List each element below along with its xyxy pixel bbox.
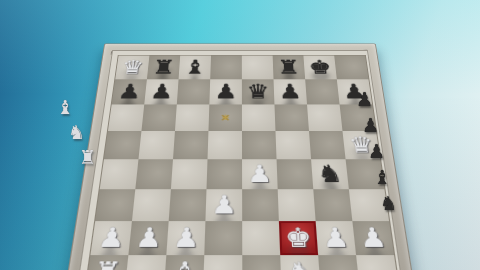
square-g7[interactable] <box>305 79 339 104</box>
square-b2[interactable]: ♟ <box>128 221 168 255</box>
piece-white-bishop[interactable]: ♝ <box>169 255 198 270</box>
square-b5[interactable] <box>138 131 174 159</box>
piece-white-pawn[interactable]: ♟ <box>211 189 237 221</box>
square-c4[interactable] <box>171 159 208 189</box>
square-d4[interactable] <box>207 159 243 189</box>
square-g1[interactable] <box>318 255 360 270</box>
piece-black-pawn[interactable]: ♟ <box>278 79 302 104</box>
square-f6[interactable] <box>274 104 309 131</box>
square-f8[interactable]: ♜ <box>273 56 306 80</box>
square-f1[interactable]: ♞ <box>280 255 321 270</box>
square-b6[interactable] <box>141 104 176 131</box>
square-f4[interactable] <box>277 159 314 189</box>
square-g2[interactable]: ♟ <box>316 221 356 255</box>
piece-white-pawn[interactable]: ♟ <box>134 221 164 255</box>
captured-piece-black-knight: ♞ <box>380 192 397 214</box>
square-e2[interactable] <box>242 221 280 255</box>
captured-white-pieces-tray: ♝♞♜ <box>57 96 117 216</box>
square-e6[interactable] <box>242 104 276 131</box>
captured-piece-white-rook: ♜ <box>79 146 96 168</box>
chess-titans-scene: { "game": "chess", "app": {"name": "Ches… <box>0 0 480 270</box>
square-d5[interactable] <box>208 131 243 159</box>
square-e4[interactable]: ♟ <box>242 159 278 189</box>
captured-piece-black-pawn: ♟ <box>362 114 379 136</box>
captured-piece-white-bishop: ♝ <box>57 96 74 118</box>
square-f3[interactable] <box>278 189 316 221</box>
piece-black-knight[interactable]: ♞ <box>316 159 344 189</box>
captured-piece-black-bishop: ♝ <box>374 166 391 188</box>
piece-black-rook[interactable]: ♜ <box>151 56 175 80</box>
square-c5[interactable] <box>173 131 208 159</box>
square-h8[interactable] <box>334 56 368 80</box>
square-e3[interactable] <box>242 189 279 221</box>
piece-white-king[interactable]: ♚ <box>284 221 312 255</box>
square-d6[interactable]: ×+ <box>208 104 242 131</box>
gold-sparkle-decal-icon: + <box>221 112 230 122</box>
square-g6[interactable] <box>307 104 342 131</box>
square-c7[interactable] <box>177 79 210 104</box>
square-c8[interactable]: ♝ <box>179 56 211 80</box>
square-e5[interactable] <box>242 131 277 159</box>
square-d8[interactable] <box>210 56 242 80</box>
piece-black-pawn[interactable]: ♟ <box>116 79 142 104</box>
square-b8[interactable]: ♜ <box>147 56 180 80</box>
piece-black-rook[interactable]: ♜ <box>277 56 301 80</box>
square-d3[interactable]: ♟ <box>205 189 242 221</box>
square-c3[interactable] <box>169 189 207 221</box>
captured-black-pieces-tray: ♟♟♟♝♞ <box>356 88 416 238</box>
piece-black-king[interactable]: ♚ <box>308 56 332 80</box>
piece-black-queen[interactable]: ♛ <box>246 79 269 104</box>
square-c6[interactable] <box>175 104 209 131</box>
piece-white-pawn[interactable]: ♟ <box>321 221 351 255</box>
square-d7[interactable]: ♟ <box>209 79 242 104</box>
piece-white-rook[interactable]: ♜ <box>91 255 123 270</box>
piece-white-queen[interactable]: ♛ <box>120 56 145 80</box>
square-e8[interactable] <box>242 56 274 80</box>
piece-black-bishop[interactable]: ♝ <box>183 56 206 80</box>
captured-piece-black-pawn: ♟ <box>368 140 385 162</box>
piece-black-pawn[interactable]: ♟ <box>149 79 174 104</box>
square-f7[interactable]: ♟ <box>274 79 308 104</box>
piece-white-pawn[interactable]: ♟ <box>172 221 200 255</box>
square-g5[interactable] <box>309 131 346 159</box>
square-a1[interactable]: ♜ <box>85 255 128 270</box>
square-b1[interactable] <box>125 255 167 270</box>
square-f2[interactable]: ♚ <box>279 221 318 255</box>
square-g3[interactable] <box>313 189 352 221</box>
square-c2[interactable]: ♟ <box>166 221 205 255</box>
square-g4[interactable]: ♞ <box>311 159 349 189</box>
square-h1[interactable] <box>356 255 399 270</box>
captured-piece-white-knight: ♞ <box>68 121 85 143</box>
captured-piece-black-pawn: ♟ <box>356 88 373 110</box>
square-g8[interactable]: ♚ <box>303 56 336 80</box>
square-e7[interactable]: ♛ <box>242 79 275 104</box>
square-c1[interactable]: ♝ <box>164 255 204 270</box>
piece-black-pawn[interactable]: ♟ <box>214 79 237 104</box>
square-e1[interactable] <box>242 255 281 270</box>
square-b3[interactable] <box>132 189 171 221</box>
square-a8[interactable]: ♛ <box>115 56 149 80</box>
piece-white-pawn[interactable]: ♟ <box>247 159 273 189</box>
piece-white-knight[interactable]: ♞ <box>286 255 316 270</box>
square-d1[interactable] <box>203 255 242 270</box>
square-d2[interactable] <box>204 221 242 255</box>
piece-white-pawn[interactable]: ♟ <box>96 221 127 255</box>
square-f5[interactable] <box>275 131 311 159</box>
chess-board-grid: ♛♜♝♜♚♟♟♟♛♟♟×+♛♟♞♟♟♟♟♚♟♟♜♝♞ <box>85 56 399 270</box>
square-a2[interactable]: ♟ <box>90 221 132 255</box>
square-b7[interactable]: ♟ <box>144 79 178 104</box>
square-b4[interactable] <box>135 159 173 189</box>
